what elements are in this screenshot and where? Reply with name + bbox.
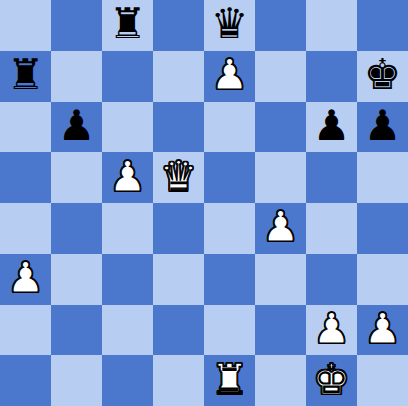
square-a3[interactable]: ♟: [0, 254, 51, 305]
square-g3[interactable]: [306, 254, 357, 305]
square-b8[interactable]: [51, 0, 102, 51]
square-b7[interactable]: [51, 51, 102, 102]
square-d3[interactable]: [153, 254, 204, 305]
square-f8[interactable]: [255, 0, 306, 51]
square-h8[interactable]: [357, 0, 408, 51]
piece-white-pawn[interactable]: ♟: [211, 54, 249, 96]
square-h7[interactable]: ♚: [357, 51, 408, 102]
square-c4[interactable]: [102, 203, 153, 254]
square-c1[interactable]: [102, 355, 153, 406]
square-h1[interactable]: [357, 355, 408, 406]
square-h5[interactable]: [357, 152, 408, 203]
square-b3[interactable]: [51, 254, 102, 305]
square-h3[interactable]: [357, 254, 408, 305]
square-h2[interactable]: ♟: [357, 305, 408, 356]
square-d6[interactable]: [153, 102, 204, 153]
piece-white-pawn[interactable]: ♟: [313, 308, 351, 350]
piece-black-queen[interactable]: ♛: [211, 3, 249, 45]
square-e8[interactable]: ♛: [204, 0, 255, 51]
piece-white-pawn[interactable]: ♟: [364, 308, 402, 350]
square-f1[interactable]: [255, 355, 306, 406]
square-f5[interactable]: [255, 152, 306, 203]
piece-black-king[interactable]: ♚: [364, 54, 402, 96]
square-d2[interactable]: [153, 305, 204, 356]
square-f7[interactable]: [255, 51, 306, 102]
square-a6[interactable]: [0, 102, 51, 153]
square-g8[interactable]: [306, 0, 357, 51]
square-g4[interactable]: [306, 203, 357, 254]
square-c6[interactable]: [102, 102, 153, 153]
square-h6[interactable]: ♟: [357, 102, 408, 153]
square-b1[interactable]: [51, 355, 102, 406]
square-c3[interactable]: [102, 254, 153, 305]
square-f4[interactable]: ♟: [255, 203, 306, 254]
square-d1[interactable]: [153, 355, 204, 406]
square-b2[interactable]: [51, 305, 102, 356]
piece-black-pawn[interactable]: ♟: [364, 105, 402, 147]
square-e5[interactable]: [204, 152, 255, 203]
square-f3[interactable]: [255, 254, 306, 305]
square-c8[interactable]: ♜: [102, 0, 153, 51]
square-e7[interactable]: ♟: [204, 51, 255, 102]
square-d7[interactable]: [153, 51, 204, 102]
square-f2[interactable]: [255, 305, 306, 356]
piece-black-pawn[interactable]: ♟: [58, 105, 96, 147]
piece-white-pawn[interactable]: ♟: [109, 156, 147, 198]
piece-white-pawn[interactable]: ♟: [7, 257, 45, 299]
square-a5[interactable]: [0, 152, 51, 203]
square-d4[interactable]: [153, 203, 204, 254]
square-a7[interactable]: ♜: [0, 51, 51, 102]
piece-black-rook[interactable]: ♜: [109, 3, 147, 45]
square-b4[interactable]: [51, 203, 102, 254]
piece-white-pawn[interactable]: ♟: [262, 206, 300, 248]
square-a8[interactable]: [0, 0, 51, 51]
square-e3[interactable]: [204, 254, 255, 305]
square-g1[interactable]: ♚: [306, 355, 357, 406]
square-f6[interactable]: [255, 102, 306, 153]
square-e2[interactable]: [204, 305, 255, 356]
square-d5[interactable]: ♛: [153, 152, 204, 203]
piece-white-king[interactable]: ♚: [313, 359, 351, 401]
chess-board-container: ♜♛♜♟♚♟♟♟♟♛♟♟♟♟♜♚: [0, 0, 408, 406]
square-c5[interactable]: ♟: [102, 152, 153, 203]
piece-white-queen[interactable]: ♛: [160, 156, 198, 198]
square-g2[interactable]: ♟: [306, 305, 357, 356]
square-a1[interactable]: [0, 355, 51, 406]
piece-black-rook[interactable]: ♜: [7, 54, 45, 96]
square-g5[interactable]: [306, 152, 357, 203]
piece-white-rook[interactable]: ♜: [211, 359, 249, 401]
square-c7[interactable]: [102, 51, 153, 102]
square-h4[interactable]: [357, 203, 408, 254]
square-b6[interactable]: ♟: [51, 102, 102, 153]
square-e1[interactable]: ♜: [204, 355, 255, 406]
square-a4[interactable]: [0, 203, 51, 254]
chess-board: ♜♛♜♟♚♟♟♟♟♛♟♟♟♟♜♚: [0, 0, 408, 406]
square-c2[interactable]: [102, 305, 153, 356]
square-e6[interactable]: [204, 102, 255, 153]
square-b5[interactable]: [51, 152, 102, 203]
square-d8[interactable]: [153, 0, 204, 51]
square-g7[interactable]: [306, 51, 357, 102]
square-a2[interactable]: [0, 305, 51, 356]
piece-black-pawn[interactable]: ♟: [313, 105, 351, 147]
square-e4[interactable]: [204, 203, 255, 254]
square-g6[interactable]: ♟: [306, 102, 357, 153]
